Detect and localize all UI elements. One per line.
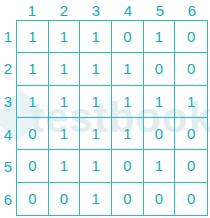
- column-headers: 1 2 3 4 5 6: [16, 0, 208, 20]
- matrix-cell-r4c5: 0: [144, 118, 176, 150]
- matrix-board: 1 1 1 0 1 0 1 1 1 1 0 0 1 1 1 1 1 1 0 1 …: [16, 20, 208, 216]
- row-header-5: 5: [0, 151, 16, 184]
- row-header-2: 2: [0, 53, 16, 86]
- col-header-6: 6: [176, 0, 208, 20]
- matrix-cell-r4c4: 1: [112, 118, 144, 150]
- matrix-cell-r3c1: 1: [17, 86, 49, 118]
- matrix-cell-r5c1: 0: [17, 150, 49, 182]
- matrix-cell-r6c2: 0: [49, 183, 81, 215]
- matrix-cell-r2c5: 0: [144, 53, 176, 85]
- matrix-cell-r3c5: 1: [144, 86, 176, 118]
- col-header-2: 2: [48, 0, 80, 20]
- matrix-cell-r2c3: 1: [80, 53, 112, 85]
- matrix-cell-r3c3: 1: [80, 86, 112, 118]
- matrix-cell-r6c6: 0: [175, 183, 207, 215]
- matrix-cell-r4c1: 0: [17, 118, 49, 150]
- matrix-cell-r3c2: 1: [49, 86, 81, 118]
- matrix-cell-r5c6: 0: [175, 150, 207, 182]
- matrix-cell-r1c6: 0: [175, 21, 207, 53]
- matrix-cell-r1c5: 1: [144, 21, 176, 53]
- matrix-cell-r5c2: 1: [49, 150, 81, 182]
- matrix-cell-r3c4: 1: [112, 86, 144, 118]
- row-header-4: 4: [0, 118, 16, 151]
- matrix-cell-r5c3: 1: [80, 150, 112, 182]
- row-header-6: 6: [0, 183, 16, 216]
- matrix-cell-r6c5: 0: [144, 183, 176, 215]
- matrix-cell-r2c6: 0: [175, 53, 207, 85]
- matrix-cell-r1c1: 1: [17, 21, 49, 53]
- matrix-cell-r6c3: 1: [80, 183, 112, 215]
- matrix-cell-r3c6: 1: [175, 86, 207, 118]
- matrix-cell-r6c4: 0: [112, 183, 144, 215]
- col-header-4: 4: [112, 0, 144, 20]
- matrix-cell-r1c3: 1: [80, 21, 112, 53]
- matrix-cell-r5c5: 1: [144, 150, 176, 182]
- matrix-cell-r4c6: 0: [175, 118, 207, 150]
- matrix-cell-r2c2: 1: [49, 53, 81, 85]
- matrix-cell-r2c4: 1: [112, 53, 144, 85]
- matrix-cell-r4c2: 1: [49, 118, 81, 150]
- matrix-cell-r1c4: 0: [112, 21, 144, 53]
- matrix-cell-r6c1: 0: [17, 183, 49, 215]
- col-header-5: 5: [144, 0, 176, 20]
- row-header-1: 1: [0, 20, 16, 53]
- matrix-cell-r1c2: 1: [49, 21, 81, 53]
- matrix-cell-r2c1: 1: [17, 53, 49, 85]
- row-header-3: 3: [0, 85, 16, 118]
- matrix-cell-r5c4: 0: [112, 150, 144, 182]
- row-headers: 1 2 3 4 5 6: [0, 20, 16, 216]
- col-header-3: 3: [80, 0, 112, 20]
- matrix-diagram: testbook 1 2 3 4 5 6 1 2 3 4 5 6 1 1 1 0…: [0, 0, 210, 218]
- col-header-1: 1: [16, 0, 48, 20]
- matrix-cell-r4c3: 1: [80, 118, 112, 150]
